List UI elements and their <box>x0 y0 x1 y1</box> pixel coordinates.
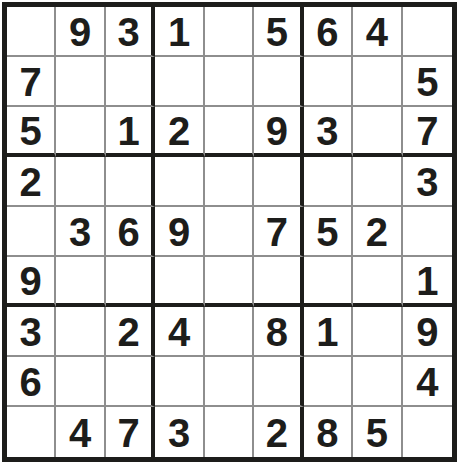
given-digit: 4 <box>69 413 91 453</box>
cell-r9c5[interactable] <box>205 407 254 457</box>
given-digit: 1 <box>168 12 190 52</box>
cell-r6c2[interactable] <box>56 257 105 307</box>
cell-r1c1[interactable] <box>7 7 56 57</box>
cell-r5c2[interactable]: 3 <box>56 207 105 257</box>
given-digit: 3 <box>416 162 438 202</box>
sudoku-board: 93156475512937233697529132481964473285 <box>2 2 457 462</box>
given-digit: 7 <box>20 62 42 102</box>
cell-r3c8[interactable] <box>353 107 402 157</box>
given-digit: 1 <box>416 261 438 301</box>
cell-r4c3[interactable] <box>106 157 155 207</box>
given-digit: 7 <box>117 413 139 453</box>
cell-r7c7[interactable]: 1 <box>304 307 353 357</box>
given-digit: 9 <box>266 111 288 151</box>
given-digit: 9 <box>69 12 91 52</box>
given-digit: 3 <box>168 413 190 453</box>
given-digit: 2 <box>20 162 42 202</box>
cell-r9c3[interactable]: 7 <box>106 407 155 457</box>
cell-r8c6[interactable] <box>254 357 303 407</box>
given-digit: 8 <box>266 312 288 352</box>
cell-r4c4[interactable] <box>155 157 204 207</box>
cell-r2c8[interactable] <box>353 57 402 107</box>
given-digit: 2 <box>266 413 288 453</box>
given-digit: 4 <box>168 312 190 352</box>
cell-r7c8[interactable] <box>353 307 402 357</box>
given-digit: 3 <box>69 212 91 252</box>
given-digit: 7 <box>416 111 438 151</box>
cell-r8c8[interactable] <box>353 357 402 407</box>
cell-r8c7[interactable] <box>304 357 353 407</box>
cell-r6c3[interactable] <box>106 257 155 307</box>
cell-r9c2[interactable]: 4 <box>56 407 105 457</box>
sudoku-page: 93156475512937233697529132481964473285 <box>0 0 459 464</box>
given-digit: 5 <box>316 212 338 252</box>
cell-r5c9[interactable] <box>403 207 452 257</box>
cell-r3c6[interactable]: 9 <box>254 107 303 157</box>
given-digit: 9 <box>20 261 42 301</box>
given-digit: 9 <box>168 212 190 252</box>
cell-r4c6[interactable] <box>254 157 303 207</box>
cell-r9c1[interactable] <box>7 407 56 457</box>
cell-r3c4[interactable]: 2 <box>155 107 204 157</box>
cell-r4c9[interactable]: 3 <box>403 157 452 207</box>
cell-r1c7[interactable]: 6 <box>304 7 353 57</box>
cell-r3c2[interactable] <box>56 107 105 157</box>
cell-r9c8[interactable]: 5 <box>353 407 402 457</box>
given-digit: 8 <box>316 413 338 453</box>
cell-r1c2[interactable]: 9 <box>56 7 105 57</box>
given-digit: 2 <box>366 212 388 252</box>
cell-r7c2[interactable] <box>56 307 105 357</box>
given-digit: 6 <box>20 362 42 402</box>
cell-r6c9[interactable]: 1 <box>403 257 452 307</box>
cell-r3c3[interactable]: 1 <box>106 107 155 157</box>
cell-r8c9[interactable]: 4 <box>403 357 452 407</box>
cell-r4c2[interactable] <box>56 157 105 207</box>
given-digit: 2 <box>117 312 139 352</box>
cell-r2c1[interactable]: 7 <box>7 57 56 107</box>
given-digit: 5 <box>416 62 438 102</box>
given-digit: 9 <box>416 312 438 352</box>
cell-r7c6[interactable]: 8 <box>254 307 303 357</box>
cell-r5c4[interactable]: 9 <box>155 207 204 257</box>
cell-r4c8[interactable] <box>353 157 402 207</box>
cell-r1c9[interactable] <box>403 7 452 57</box>
cell-r2c3[interactable] <box>106 57 155 107</box>
cell-r2c6[interactable] <box>254 57 303 107</box>
cell-r2c9[interactable]: 5 <box>403 57 452 107</box>
cell-r1c8[interactable]: 4 <box>353 7 402 57</box>
given-digit: 5 <box>366 413 388 453</box>
cell-r8c5[interactable] <box>205 357 254 407</box>
cell-r3c9[interactable]: 7 <box>403 107 452 157</box>
cell-r6c4[interactable] <box>155 257 204 307</box>
given-digit: 3 <box>20 312 42 352</box>
cell-r5c3[interactable]: 6 <box>106 207 155 257</box>
given-digit: 2 <box>168 111 190 151</box>
cell-r9c7[interactable]: 8 <box>304 407 353 457</box>
cell-r8c2[interactable] <box>56 357 105 407</box>
cell-r9c9[interactable] <box>403 407 452 457</box>
cell-r7c3[interactable]: 2 <box>106 307 155 357</box>
cell-r1c3[interactable]: 3 <box>106 7 155 57</box>
cell-r5c7[interactable]: 5 <box>304 207 353 257</box>
given-digit: 4 <box>366 12 388 52</box>
given-digit: 5 <box>20 111 42 151</box>
cell-r8c4[interactable] <box>155 357 204 407</box>
cell-r4c5[interactable] <box>205 157 254 207</box>
cell-r7c5[interactable] <box>205 307 254 357</box>
cell-r4c1[interactable]: 2 <box>7 157 56 207</box>
given-digit: 3 <box>117 12 139 52</box>
cell-r9c6[interactable]: 2 <box>254 407 303 457</box>
given-digit: 1 <box>117 111 139 151</box>
cell-r2c4[interactable] <box>155 57 204 107</box>
given-digit: 4 <box>416 362 438 402</box>
cell-r5c1[interactable] <box>7 207 56 257</box>
cell-r6c1[interactable]: 9 <box>7 257 56 307</box>
cell-r5c8[interactable]: 2 <box>353 207 402 257</box>
cell-r3c1[interactable]: 5 <box>7 107 56 157</box>
cell-r8c1[interactable]: 6 <box>7 357 56 407</box>
cell-r6c8[interactable] <box>353 257 402 307</box>
cell-r3c7[interactable]: 3 <box>304 107 353 157</box>
cell-r3c5[interactable] <box>205 107 254 157</box>
cell-r2c2[interactable] <box>56 57 105 107</box>
given-digit: 3 <box>316 111 338 151</box>
cell-r9c4[interactable]: 3 <box>155 407 204 457</box>
given-digit: 6 <box>117 212 139 252</box>
cell-r1c5[interactable] <box>205 7 254 57</box>
given-digit: 1 <box>316 312 338 352</box>
given-digit: 6 <box>316 12 338 52</box>
cell-r5c5[interactable] <box>205 207 254 257</box>
cell-r6c7[interactable] <box>304 257 353 307</box>
cell-r7c1[interactable]: 3 <box>7 307 56 357</box>
cell-r6c5[interactable] <box>205 257 254 307</box>
cell-r8c3[interactable] <box>106 357 155 407</box>
given-digit: 5 <box>266 12 288 52</box>
cell-r2c5[interactable] <box>205 57 254 107</box>
cell-r1c4[interactable]: 1 <box>155 7 204 57</box>
given-digit: 7 <box>266 212 288 252</box>
cell-r4c7[interactable] <box>304 157 353 207</box>
cell-r6c6[interactable] <box>254 257 303 307</box>
cell-r7c4[interactable]: 4 <box>155 307 204 357</box>
cell-r7c9[interactable]: 9 <box>403 307 452 357</box>
cell-r5c6[interactable]: 7 <box>254 207 303 257</box>
cell-r2c7[interactable] <box>304 57 353 107</box>
cell-r1c6[interactable]: 5 <box>254 7 303 57</box>
